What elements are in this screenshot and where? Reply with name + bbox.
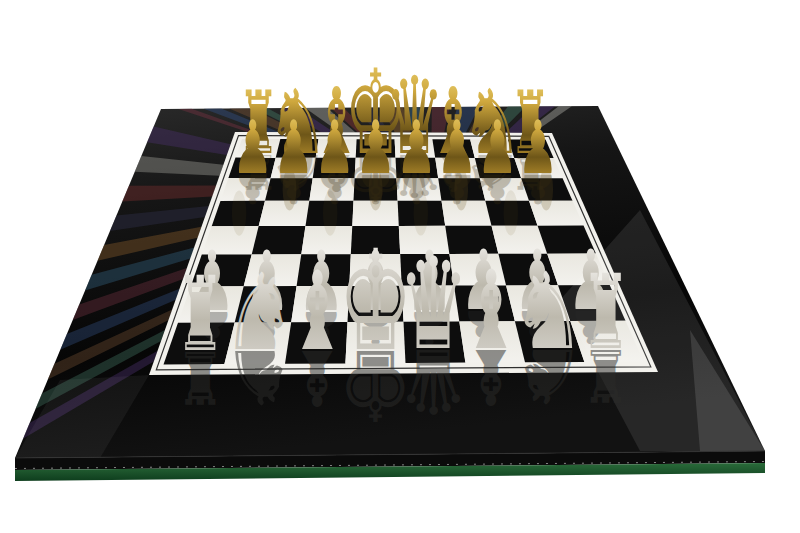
piece-gold-p-b7: ♟: [273, 104, 314, 189]
piece-gold-p-a7: ♟: [232, 104, 273, 189]
piece-row-1: ♜♜♞♞♝♝♚♚♛♛♝♝♞♞♜♜: [176, 220, 629, 441]
piece-silver-r-h1: ♜: [582, 252, 630, 371]
piece-gold-p-d7: ♟: [355, 104, 396, 189]
piece-gold-p-e7: ♟: [396, 104, 437, 189]
piece-silver-n-g1: ♞: [511, 250, 585, 373]
piece-row-7: ♟♟♟♟♟♟♟♟♟♟♟♟♟♟♟♟: [232, 104, 558, 212]
piece-gold-p-g7: ♟: [477, 104, 518, 189]
piece-gold-p-h7: ♟: [517, 104, 558, 189]
piece-silver-q-e1: ♛: [398, 231, 468, 379]
chessboard-photo: ♜♜♞♞♝♝♚♚♛♛♝♝♞♞♜♜♟♟♟♟♟♟♟♟♟♟♟♟♟♟♟♟♟♟♟♟♟♟♟♟…: [0, 0, 800, 533]
product-photo: ♜♜♞♞♝♝♚♚♛♛♝♝♞♞♜♜♟♟♟♟♟♟♟♟♟♟♟♟♟♟♟♟♟♟♟♟♟♟♟♟…: [0, 0, 800, 533]
piece-silver-r-a1: ♜: [176, 254, 224, 373]
piece-gold-p-c7: ♟: [314, 104, 355, 189]
piece-silver-n-b1: ♞: [222, 251, 296, 374]
piece-gold-p-f7: ♟: [436, 104, 477, 189]
